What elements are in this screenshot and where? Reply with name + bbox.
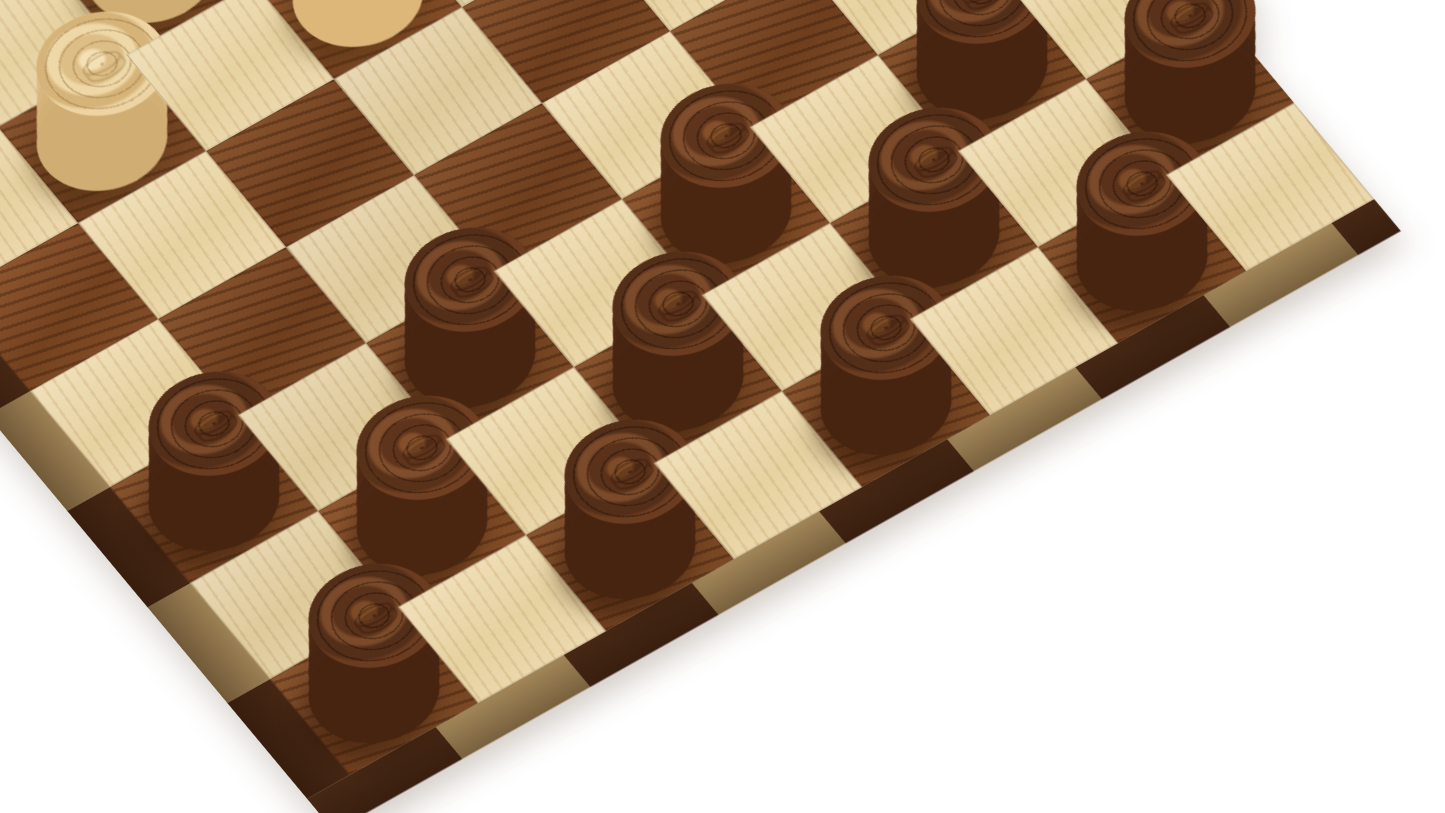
dark-man-glyph: ⛂ bbox=[1151, 0, 1228, 49]
dark-man-glyph: ⛂ bbox=[383, 415, 460, 481]
dark-man-glyph: ⛂ bbox=[687, 103, 764, 169]
checkers-board[interactable]: ⛀⛀⛀⛀⛀⛀⛀⛀⛀⛀⛀⛀⛂⛂⛂⛂⛂⛂⛂⛂⛂⛂⛂⛂ bbox=[0, 0, 1374, 775]
dark-man-glyph: ⛂ bbox=[639, 271, 716, 337]
dark-man-glyph: ⛂ bbox=[335, 583, 412, 649]
dark-man-glyph: ⛂ bbox=[943, 0, 1020, 25]
dark-man-glyph: ⛂ bbox=[591, 439, 668, 505]
dark-man-glyph: ⛂ bbox=[431, 247, 508, 313]
dark-man-glyph: ⛂ bbox=[1103, 151, 1180, 217]
checkers-product-photo: ⛀⛀⛀⛀⛀⛀⛀⛀⛀⛀⛀⛀⛂⛂⛂⛂⛂⛂⛂⛂⛂⛂⛂⛂ bbox=[0, 0, 1445, 813]
dark-man-glyph: ⛂ bbox=[175, 391, 252, 457]
dark-man-glyph: ⛂ bbox=[847, 295, 924, 361]
dark-man-glyph: ⛂ bbox=[895, 127, 972, 193]
light-man-glyph: ⛀ bbox=[63, 31, 140, 97]
